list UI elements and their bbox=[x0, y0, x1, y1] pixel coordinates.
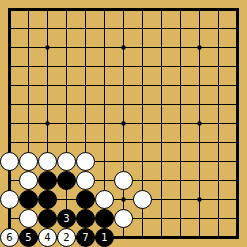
stone-black-E1: 7 bbox=[76, 228, 95, 247]
stone-white-C5 bbox=[38, 152, 57, 171]
stone-black-D4 bbox=[57, 171, 76, 190]
stone-white-B2 bbox=[19, 209, 38, 228]
stone-white-B5 bbox=[19, 152, 38, 171]
stones-layer: 3654271 bbox=[0, 0, 247, 247]
stone-black-D2: 3 bbox=[57, 209, 76, 228]
stone-white-A1: 6 bbox=[0, 228, 19, 247]
stone-white-C1: 4 bbox=[38, 228, 57, 247]
stone-white-F3 bbox=[95, 190, 114, 209]
go-board: 3654271 bbox=[0, 0, 247, 247]
stone-black-C4 bbox=[38, 171, 57, 190]
stone-black-C2 bbox=[38, 209, 57, 228]
stone-white-E4 bbox=[76, 171, 95, 190]
stone-black-F1: 1 bbox=[95, 228, 114, 247]
stone-black-E3 bbox=[76, 190, 95, 209]
stone-white-G4 bbox=[114, 171, 133, 190]
stone-white-E5 bbox=[76, 152, 95, 171]
stone-white-A3 bbox=[0, 190, 19, 209]
stone-black-E2 bbox=[76, 209, 95, 228]
stone-black-C3 bbox=[38, 190, 57, 209]
stone-white-D5 bbox=[57, 152, 76, 171]
stone-white-G2 bbox=[114, 209, 133, 228]
stone-black-F2 bbox=[95, 209, 114, 228]
stone-black-B3 bbox=[19, 190, 38, 209]
stone-white-B4 bbox=[19, 171, 38, 190]
stone-white-A5 bbox=[0, 152, 19, 171]
stone-white-H3 bbox=[133, 190, 152, 209]
stone-white-D1: 2 bbox=[57, 228, 76, 247]
go-diagram: 3654271 bbox=[0, 0, 247, 247]
stone-black-B1: 5 bbox=[19, 228, 38, 247]
